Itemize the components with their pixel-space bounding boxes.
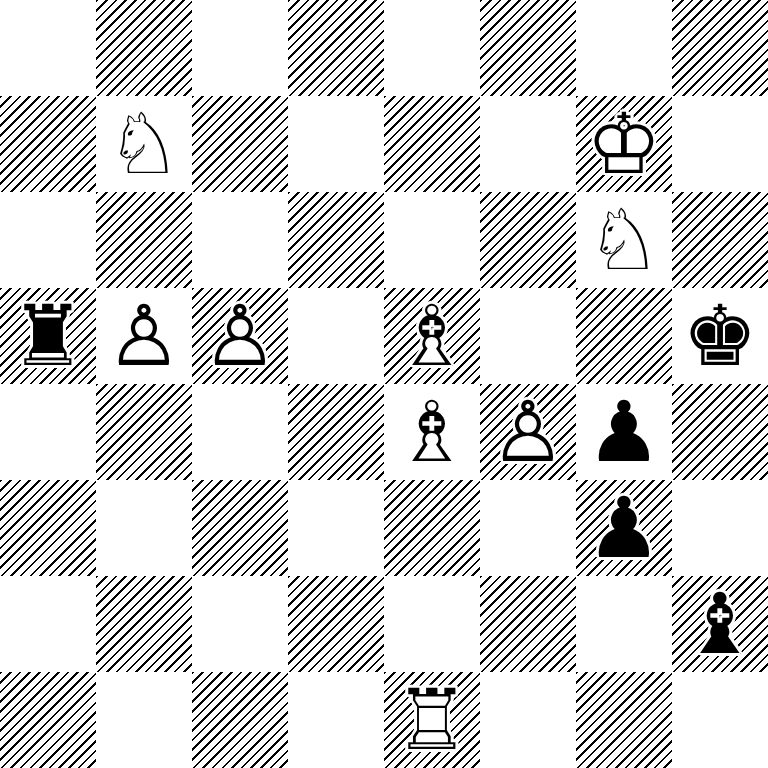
white-bishop-glyph: ♗	[384, 288, 480, 384]
square-c4[interactable]	[192, 384, 288, 480]
square-b6[interactable]	[96, 192, 192, 288]
square-c6[interactable]	[192, 192, 288, 288]
square-g2[interactable]	[576, 576, 672, 672]
white-knight-glyph: ♘	[576, 192, 672, 288]
square-b3[interactable]	[96, 480, 192, 576]
square-h7[interactable]	[672, 96, 768, 192]
white-king-glyph: ♔	[576, 96, 672, 192]
square-g8[interactable]	[576, 0, 672, 96]
square-h1[interactable]	[672, 672, 768, 768]
piece-black-king[interactable]: ♚♚	[672, 288, 768, 384]
square-g4[interactable]: ♟♟	[576, 384, 672, 480]
white-pawn-glyph: ♙	[192, 288, 288, 384]
square-b5[interactable]: ♟♙	[96, 288, 192, 384]
square-c8[interactable]	[192, 0, 288, 96]
square-a8[interactable]	[0, 0, 96, 96]
square-b1[interactable]	[96, 672, 192, 768]
square-b2[interactable]	[96, 576, 192, 672]
square-g1[interactable]	[576, 672, 672, 768]
square-c3[interactable]	[192, 480, 288, 576]
piece-black-bishop[interactable]: ♝♝	[672, 576, 768, 672]
square-d7[interactable]	[288, 96, 384, 192]
square-a5[interactable]: ♜♜	[0, 288, 96, 384]
black-king-glyph: ♚	[672, 288, 768, 384]
square-h5[interactable]: ♚♚	[672, 288, 768, 384]
piece-black-pawn[interactable]: ♟♟	[576, 480, 672, 576]
piece-white-knight[interactable]: ♞♘	[576, 192, 672, 288]
white-rook-glyph: ♖	[384, 672, 480, 768]
piece-white-pawn[interactable]: ♟♙	[480, 384, 576, 480]
black-pawn-glyph: ♟	[576, 384, 672, 480]
white-bishop-glyph: ♗	[384, 384, 480, 480]
square-b8[interactable]	[96, 0, 192, 96]
white-pawn-glyph: ♙	[96, 288, 192, 384]
square-f8[interactable]	[480, 0, 576, 96]
square-d4[interactable]	[288, 384, 384, 480]
square-e2[interactable]	[384, 576, 480, 672]
piece-white-bishop[interactable]: ♝♗	[384, 288, 480, 384]
square-f5[interactable]	[480, 288, 576, 384]
piece-white-pawn[interactable]: ♟♙	[192, 288, 288, 384]
square-a2[interactable]	[0, 576, 96, 672]
square-e5[interactable]: ♝♗	[384, 288, 480, 384]
square-d6[interactable]	[288, 192, 384, 288]
square-h4[interactable]	[672, 384, 768, 480]
square-e7[interactable]	[384, 96, 480, 192]
chess-board: ♞♘♚♔♞♘♜♜♟♙♟♙♝♗♚♚♝♗♟♙♟♟♟♟♝♝♜♖	[0, 0, 768, 768]
square-a1[interactable]	[0, 672, 96, 768]
square-e6[interactable]	[384, 192, 480, 288]
piece-white-bishop[interactable]: ♝♗	[384, 384, 480, 480]
square-d8[interactable]	[288, 0, 384, 96]
square-h2[interactable]: ♝♝	[672, 576, 768, 672]
square-g6[interactable]: ♞♘	[576, 192, 672, 288]
piece-white-pawn[interactable]: ♟♙	[96, 288, 192, 384]
piece-black-rook[interactable]: ♜♜	[0, 288, 96, 384]
square-a4[interactable]	[0, 384, 96, 480]
piece-white-knight[interactable]: ♞♘	[96, 96, 192, 192]
square-d5[interactable]	[288, 288, 384, 384]
white-pawn-glyph: ♙	[480, 384, 576, 480]
square-d3[interactable]	[288, 480, 384, 576]
square-c2[interactable]	[192, 576, 288, 672]
square-a7[interactable]	[0, 96, 96, 192]
square-g7[interactable]: ♚♔	[576, 96, 672, 192]
square-f3[interactable]	[480, 480, 576, 576]
square-f2[interactable]	[480, 576, 576, 672]
white-knight-glyph: ♘	[96, 96, 192, 192]
square-e8[interactable]	[384, 0, 480, 96]
piece-black-pawn[interactable]: ♟♟	[576, 384, 672, 480]
square-d1[interactable]	[288, 672, 384, 768]
square-a3[interactable]	[0, 480, 96, 576]
square-h3[interactable]	[672, 480, 768, 576]
square-a6[interactable]	[0, 192, 96, 288]
black-bishop-glyph: ♝	[672, 576, 768, 672]
square-f4[interactable]: ♟♙	[480, 384, 576, 480]
square-b7[interactable]: ♞♘	[96, 96, 192, 192]
square-c7[interactable]	[192, 96, 288, 192]
piece-white-king[interactable]: ♚♔	[576, 96, 672, 192]
square-e1[interactable]: ♜♖	[384, 672, 480, 768]
square-e4[interactable]: ♝♗	[384, 384, 480, 480]
chess-diagram: ♞♘♚♔♞♘♜♜♟♙♟♙♝♗♚♚♝♗♟♙♟♟♟♟♝♝♜♖	[0, 0, 768, 768]
black-pawn-glyph: ♟	[576, 480, 672, 576]
square-f6[interactable]	[480, 192, 576, 288]
square-g3[interactable]: ♟♟	[576, 480, 672, 576]
square-h6[interactable]	[672, 192, 768, 288]
square-g5[interactable]	[576, 288, 672, 384]
square-d2[interactable]	[288, 576, 384, 672]
black-rook-glyph: ♜	[0, 288, 96, 384]
square-f7[interactable]	[480, 96, 576, 192]
square-h8[interactable]	[672, 0, 768, 96]
square-f1[interactable]	[480, 672, 576, 768]
piece-white-rook[interactable]: ♜♖	[384, 672, 480, 768]
square-e3[interactable]	[384, 480, 480, 576]
square-c1[interactable]	[192, 672, 288, 768]
square-c5[interactable]: ♟♙	[192, 288, 288, 384]
square-b4[interactable]	[96, 384, 192, 480]
